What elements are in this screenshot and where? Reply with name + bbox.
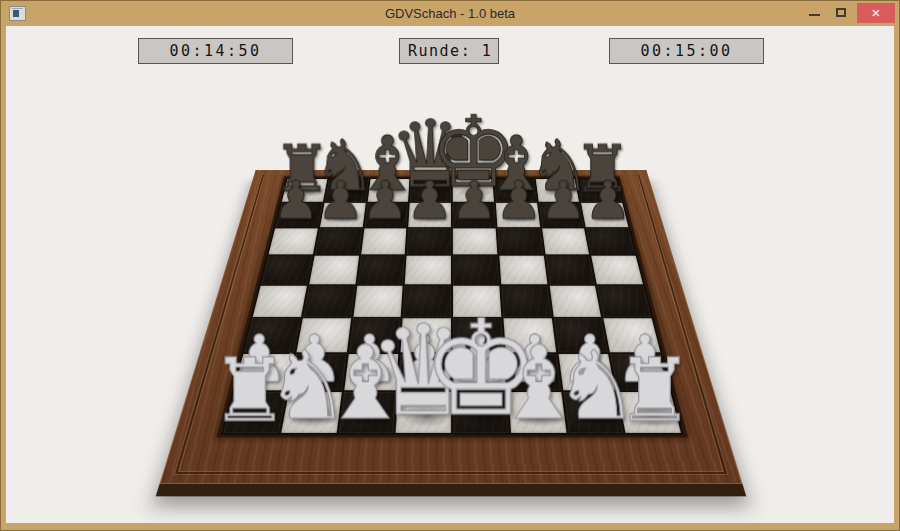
square-e7[interactable] — [453, 203, 496, 227]
square-f7[interactable] — [496, 203, 540, 227]
square-a7[interactable] — [275, 203, 322, 227]
square-d6[interactable] — [407, 228, 451, 254]
square-b7[interactable] — [320, 203, 366, 227]
piece-white-rook-h1[interactable]: ♜ — [618, 392, 684, 435]
square-b8[interactable] — [325, 179, 369, 202]
piece-glyph: ♜ — [595, 346, 714, 433]
square-c5[interactable] — [357, 256, 405, 285]
square-g8[interactable] — [535, 179, 579, 202]
right-clock-display: 00:15:00 — [609, 38, 764, 64]
board-3d-scene: ♜♞♝♛♚♝♞♜♟♟♟♟♟♟♟♟♟♟♟♟♟♟♟♟♜♞♝♛♚♝♞♜ — [217, 66, 685, 526]
square-h6[interactable] — [586, 228, 635, 254]
square-f5[interactable] — [499, 256, 547, 285]
square-d8[interactable] — [410, 179, 451, 202]
maximize-icon — [836, 8, 846, 17]
minimize-icon — [809, 14, 820, 16]
square-h8[interactable] — [577, 179, 622, 202]
close-button[interactable]: × — [857, 3, 895, 23]
chess-board[interactable]: ♜♞♝♛♚♝♞♜♟♟♟♟♟♟♟♟♟♟♟♟♟♟♟♟♜♞♝♛♚♝♞♜ — [160, 170, 743, 484]
square-d7[interactable] — [408, 203, 451, 227]
square-b6[interactable] — [315, 228, 363, 254]
square-d5[interactable] — [405, 256, 451, 285]
square-f8[interactable] — [494, 179, 536, 202]
left-clock-display: 00:14:50 — [138, 38, 293, 64]
maximize-button[interactable] — [830, 1, 854, 26]
square-e5[interactable] — [453, 256, 499, 285]
square-a8[interactable] — [282, 179, 327, 202]
square-c7[interactable] — [364, 203, 408, 227]
titlebar: GDVSchach - 1.0 beta × — [1, 1, 899, 26]
round-display: Runde: 1 — [399, 38, 499, 64]
square-h5[interactable] — [591, 256, 643, 285]
square-e8[interactable] — [453, 179, 494, 202]
square-a6[interactable] — [268, 228, 317, 254]
square-g6[interactable] — [542, 228, 590, 254]
square-c6[interactable] — [361, 228, 407, 254]
square-b5[interactable] — [309, 256, 359, 285]
minimize-button[interactable] — [803, 1, 827, 26]
square-e6[interactable] — [453, 228, 497, 254]
square-c8[interactable] — [367, 179, 409, 202]
close-icon: × — [872, 4, 881, 21]
content-area: 00:14:50 Runde: 1 00:15:00 ♜♞♝♛♚♝♞♜♟♟♟♟♟… — [6, 26, 894, 523]
window-title: GDVSchach - 1.0 beta — [1, 1, 899, 26]
square-g7[interactable] — [538, 203, 584, 227]
square-a5[interactable] — [261, 256, 313, 285]
app-window: GDVSchach - 1.0 beta × 00:14:50 Runde: 1… — [0, 0, 900, 531]
square-g5[interactable] — [545, 256, 595, 285]
square-f6[interactable] — [497, 228, 543, 254]
square-h7[interactable] — [581, 203, 628, 227]
